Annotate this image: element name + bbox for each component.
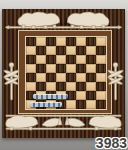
square-e7 xyxy=(66,46,76,55)
square-d5 xyxy=(56,64,66,73)
chess-board xyxy=(2,9,125,138)
carving-center-notch-right xyxy=(64,16,67,25)
square-g7 xyxy=(86,46,96,55)
square-h3 xyxy=(96,82,106,91)
carving-dragonfly-left xyxy=(2,61,21,103)
square-b5 xyxy=(36,64,46,73)
auction-lot-thumbnail[interactable]: 3983 xyxy=(0,0,128,150)
square-e6 xyxy=(66,55,76,64)
carving-bottom-band xyxy=(2,107,125,138)
square-a4 xyxy=(26,73,36,82)
carving-crocodile-top-right xyxy=(67,12,109,28)
square-a7 xyxy=(26,46,36,55)
square-h7 xyxy=(96,46,106,55)
square-b4 xyxy=(36,73,46,82)
square-f2 xyxy=(76,91,86,100)
carving-winged-bird-right xyxy=(65,116,85,127)
square-a3 xyxy=(26,82,36,91)
square-h4 xyxy=(96,73,106,82)
square-b8 xyxy=(36,37,46,46)
metal-inlay-strip-upper xyxy=(33,94,68,99)
square-g6 xyxy=(86,55,96,64)
square-b7 xyxy=(36,46,46,55)
carving-spear-pole-bottom-2 xyxy=(6,128,121,130)
square-h6 xyxy=(96,55,106,64)
square-h2 xyxy=(96,91,106,100)
square-c7 xyxy=(46,46,56,55)
square-d4 xyxy=(56,73,66,82)
carving-top-band xyxy=(2,9,125,35)
square-f5 xyxy=(76,64,86,73)
square-e8 xyxy=(66,37,76,46)
lot-number: 3983 xyxy=(96,136,127,150)
square-h8 xyxy=(96,37,106,46)
square-f6 xyxy=(76,55,86,64)
carving-center-notch-left xyxy=(60,16,63,25)
square-c5 xyxy=(46,64,56,73)
square-d7 xyxy=(56,46,66,55)
carving-dragonfly-right xyxy=(106,61,125,103)
square-e5 xyxy=(66,64,76,73)
square-d6 xyxy=(56,55,66,64)
square-b3 xyxy=(36,82,46,91)
square-g4 xyxy=(86,73,96,82)
square-a5 xyxy=(26,64,36,73)
square-c6 xyxy=(46,55,56,64)
square-e4 xyxy=(66,73,76,82)
square-f3 xyxy=(76,82,86,91)
square-g5 xyxy=(86,64,96,73)
square-g8 xyxy=(86,37,96,46)
square-c4 xyxy=(46,73,56,82)
square-f8 xyxy=(76,37,86,46)
square-d3 xyxy=(56,82,66,91)
square-g2 xyxy=(86,91,96,100)
carving-winged-bird-left xyxy=(42,116,62,127)
square-g3 xyxy=(86,82,96,91)
square-d8 xyxy=(56,37,66,46)
square-h5 xyxy=(96,64,106,73)
square-f4 xyxy=(76,73,86,82)
square-c8 xyxy=(46,37,56,46)
square-e3 xyxy=(66,82,76,91)
square-b6 xyxy=(36,55,46,64)
square-f7 xyxy=(76,46,86,55)
square-a6 xyxy=(26,55,36,64)
square-a8 xyxy=(26,37,36,46)
carving-crocodile-top-left xyxy=(18,12,60,28)
square-c3 xyxy=(46,82,56,91)
